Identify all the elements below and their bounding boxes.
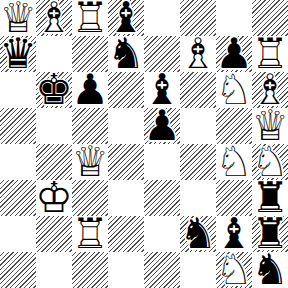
square-b3[interactable]: ♚♔	[36, 180, 72, 216]
black-king-icon: ♚	[36, 72, 72, 108]
square-h6[interactable]: ♝♗	[252, 72, 288, 108]
square-c3[interactable]	[72, 180, 108, 216]
black-bishop-icon: ♝	[144, 72, 180, 108]
square-a6[interactable]	[0, 72, 36, 108]
square-g3[interactable]	[216, 180, 252, 216]
square-g8[interactable]	[216, 0, 252, 36]
square-d8[interactable]: ♝♝	[108, 0, 144, 36]
square-g7[interactable]: ♟♟	[216, 36, 252, 72]
black-knight-icon: ♞	[180, 216, 216, 252]
square-g4[interactable]: ♞♘	[216, 144, 252, 180]
square-c1[interactable]	[72, 252, 108, 288]
square-f6[interactable]	[180, 72, 216, 108]
square-h1[interactable]: ♞♞	[252, 252, 288, 288]
square-a8[interactable]: ♛♕	[0, 0, 36, 36]
square-a7[interactable]: ♛♛	[0, 36, 36, 72]
square-d3[interactable]	[108, 180, 144, 216]
white-queen-icon: ♕	[252, 108, 288, 144]
white-knight-icon: ♘	[252, 144, 288, 180]
square-f3[interactable]	[180, 180, 216, 216]
square-f1[interactable]	[180, 252, 216, 288]
square-a4[interactable]	[0, 144, 36, 180]
white-rook-backing: ♜	[72, 0, 108, 36]
white-bishop-icon: ♗	[36, 0, 72, 36]
square-e8[interactable]	[144, 0, 180, 36]
square-g6[interactable]: ♞♘	[216, 72, 252, 108]
chess-board: ♛♕♝♗♜♖♝♝♛♛♞♞♝♗♟♟♜♖♚♚♟♟♝♝♞♘♝♗♟♟♛♕♛♕♞♘♞♘♚♔…	[0, 0, 288, 288]
white-queen-backing: ♛	[252, 108, 288, 144]
black-pawn-icon: ♟	[216, 36, 252, 72]
square-a5[interactable]	[0, 108, 36, 144]
black-bishop-backing: ♝	[144, 72, 180, 108]
square-f5[interactable]	[180, 108, 216, 144]
black-knight-icon: ♞	[252, 252, 288, 288]
black-bishop-icon: ♝	[108, 0, 144, 36]
black-queen-backing: ♛	[0, 36, 36, 72]
square-a1[interactable]	[0, 252, 36, 288]
square-f7[interactable]: ♝♗	[180, 36, 216, 72]
square-b6[interactable]: ♚♚	[36, 72, 72, 108]
square-d5[interactable]	[108, 108, 144, 144]
square-g5[interactable]	[216, 108, 252, 144]
square-h7[interactable]: ♜♖	[252, 36, 288, 72]
black-pawn-icon: ♟	[144, 108, 180, 144]
square-a3[interactable]	[0, 180, 36, 216]
white-rook-icon: ♖	[72, 216, 108, 252]
square-f8[interactable]	[180, 0, 216, 36]
square-c5[interactable]	[72, 108, 108, 144]
white-king-icon: ♔	[36, 180, 72, 216]
square-b7[interactable]	[36, 36, 72, 72]
square-b4[interactable]	[36, 144, 72, 180]
black-bishop-backing: ♝	[216, 216, 252, 252]
white-rook-icon: ♖	[72, 0, 108, 36]
square-d2[interactable]	[108, 216, 144, 252]
square-c6[interactable]: ♟♟	[72, 72, 108, 108]
square-h5[interactable]: ♛♕	[252, 108, 288, 144]
black-knight-backing: ♞	[252, 252, 288, 288]
white-bishop-backing: ♝	[180, 36, 216, 72]
black-rook-backing: ♜	[252, 216, 288, 252]
square-h4[interactable]: ♞♘	[252, 144, 288, 180]
square-e4[interactable]	[144, 144, 180, 180]
white-rook-icon: ♖	[252, 36, 288, 72]
black-bishop-icon: ♝	[216, 216, 252, 252]
square-h8[interactable]	[252, 0, 288, 36]
square-h2[interactable]: ♜♜	[252, 216, 288, 252]
square-d1[interactable]	[108, 252, 144, 288]
white-bishop-icon: ♗	[180, 36, 216, 72]
square-b2[interactable]	[36, 216, 72, 252]
black-rook-backing: ♜	[252, 180, 288, 216]
white-knight-backing: ♞	[216, 144, 252, 180]
white-bishop-backing: ♝	[252, 72, 288, 108]
square-c7[interactable]	[72, 36, 108, 72]
white-queen-backing: ♛	[0, 0, 36, 36]
black-rook-icon: ♜	[252, 180, 288, 216]
black-rook-icon: ♜	[252, 216, 288, 252]
square-c8[interactable]: ♜♖	[72, 0, 108, 36]
black-pawn-backing: ♟	[72, 72, 108, 108]
white-knight-icon: ♘	[216, 72, 252, 108]
white-queen-icon: ♕	[0, 0, 36, 36]
square-a2[interactable]	[0, 216, 36, 252]
white-rook-backing: ♜	[252, 36, 288, 72]
white-knight-backing: ♞	[216, 252, 252, 288]
white-king-backing: ♚	[36, 180, 72, 216]
square-d4[interactable]	[108, 144, 144, 180]
square-f4[interactable]	[180, 144, 216, 180]
square-c4[interactable]: ♛♕	[72, 144, 108, 180]
white-knight-icon: ♘	[216, 252, 252, 288]
white-knight-icon: ♘	[216, 144, 252, 180]
square-h3[interactable]: ♜♜	[252, 180, 288, 216]
square-f2[interactable]: ♞♞	[180, 216, 216, 252]
square-c2[interactable]: ♜♖	[72, 216, 108, 252]
black-pawn-backing: ♟	[216, 36, 252, 72]
square-d7[interactable]: ♞♞	[108, 36, 144, 72]
white-bishop-backing: ♝	[36, 0, 72, 36]
square-e7[interactable]	[144, 36, 180, 72]
square-e1[interactable]	[144, 252, 180, 288]
square-d6[interactable]	[108, 72, 144, 108]
white-knight-backing: ♞	[252, 144, 288, 180]
square-e2[interactable]	[144, 216, 180, 252]
square-g2[interactable]: ♝♝	[216, 216, 252, 252]
black-queen-icon: ♛	[0, 36, 36, 72]
black-knight-backing: ♞	[108, 36, 144, 72]
white-queen-icon: ♕	[72, 144, 108, 180]
black-knight-icon: ♞	[108, 36, 144, 72]
square-b5[interactable]	[36, 108, 72, 144]
black-bishop-backing: ♝	[108, 0, 144, 36]
black-king-backing: ♚	[36, 72, 72, 108]
square-e5[interactable]: ♟♟	[144, 108, 180, 144]
black-pawn-backing: ♟	[144, 108, 180, 144]
white-bishop-icon: ♗	[252, 72, 288, 108]
black-knight-backing: ♞	[180, 216, 216, 252]
square-b1[interactable]	[36, 252, 72, 288]
white-queen-backing: ♛	[72, 144, 108, 180]
square-e3[interactable]	[144, 180, 180, 216]
white-knight-backing: ♞	[216, 72, 252, 108]
square-e6[interactable]: ♝♝	[144, 72, 180, 108]
black-pawn-icon: ♟	[72, 72, 108, 108]
square-g1[interactable]: ♞♘	[216, 252, 252, 288]
square-b8[interactable]: ♝♗	[36, 0, 72, 36]
white-rook-backing: ♜	[72, 216, 108, 252]
